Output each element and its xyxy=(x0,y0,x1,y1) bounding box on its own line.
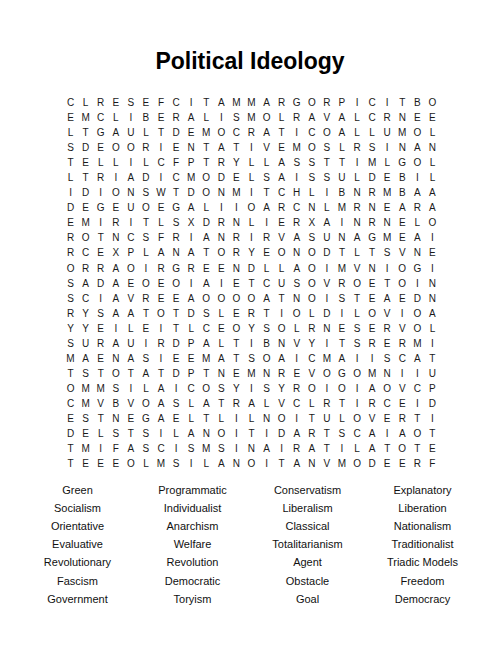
grid-cell[interactable]: C xyxy=(153,155,168,170)
grid-cell[interactable]: D xyxy=(63,200,78,215)
grid-cell[interactable]: R xyxy=(229,230,244,245)
grid-cell[interactable]: N xyxy=(123,185,138,200)
grid-cell[interactable]: A xyxy=(153,396,168,411)
grid-cell[interactable]: I xyxy=(349,351,364,366)
grid-cell[interactable]: R xyxy=(304,426,319,441)
grid-cell[interactable]: A xyxy=(425,306,440,321)
grid-cell[interactable]: T xyxy=(274,125,289,140)
grid-cell[interactable]: I xyxy=(289,351,304,366)
grid-cell[interactable]: A xyxy=(184,245,199,260)
grid-cell[interactable]: E xyxy=(380,456,395,471)
grid-cell[interactable]: N xyxy=(349,185,364,200)
grid-cell[interactable]: V xyxy=(274,230,289,245)
grid-cell[interactable]: T xyxy=(169,321,184,336)
grid-cell[interactable]: D xyxy=(410,291,425,306)
grid-cell[interactable]: D xyxy=(214,170,229,185)
grid-cell[interactable]: S xyxy=(108,381,123,396)
grid-cell[interactable]: M xyxy=(78,215,93,230)
grid-cell[interactable]: R xyxy=(304,321,319,336)
grid-cell[interactable]: I xyxy=(184,276,199,291)
grid-cell[interactable]: I xyxy=(334,306,349,321)
grid-cell[interactable]: O xyxy=(153,306,168,321)
grid-cell[interactable]: T xyxy=(319,426,334,441)
grid-cell[interactable]: R xyxy=(349,200,364,215)
grid-cell[interactable]: O xyxy=(349,411,364,426)
grid-cell[interactable]: T xyxy=(334,396,349,411)
grid-cell[interactable]: I xyxy=(138,336,153,351)
grid-cell[interactable]: I xyxy=(244,185,259,200)
word-list-item[interactable]: Classical xyxy=(250,517,365,535)
grid-cell[interactable]: O xyxy=(425,95,440,110)
grid-cell[interactable]: O xyxy=(304,140,319,155)
grid-cell[interactable]: L xyxy=(169,426,184,441)
grid-cell[interactable]: N xyxy=(425,140,440,155)
grid-cell[interactable]: A xyxy=(138,366,153,381)
grid-cell[interactable]: A xyxy=(184,291,199,306)
grid-cell[interactable]: I xyxy=(169,381,184,396)
grid-cell[interactable]: T xyxy=(78,170,93,185)
grid-cell[interactable]: A xyxy=(425,200,440,215)
grid-cell[interactable]: O xyxy=(199,170,214,185)
grid-cell[interactable]: R xyxy=(289,215,304,230)
grid-cell[interactable]: I xyxy=(63,185,78,200)
grid-cell[interactable]: V xyxy=(123,396,138,411)
word-list-item[interactable]: Goal xyxy=(250,590,365,608)
grid-cell[interactable]: R xyxy=(63,245,78,260)
grid-cell[interactable]: E xyxy=(395,215,410,230)
grid-cell[interactable]: R xyxy=(63,230,78,245)
grid-cell[interactable]: R xyxy=(93,336,108,351)
grid-cell[interactable]: I xyxy=(214,200,229,215)
grid-cell[interactable]: M xyxy=(199,441,214,456)
grid-cell[interactable]: R xyxy=(169,230,184,245)
grid-cell[interactable]: T xyxy=(63,155,78,170)
grid-cell[interactable]: A xyxy=(410,140,425,155)
grid-cell[interactable]: S xyxy=(138,185,153,200)
grid-cell[interactable]: O xyxy=(395,261,410,276)
word-list-item[interactable]: Liberalism xyxy=(250,499,365,517)
grid-cell[interactable]: E xyxy=(93,456,108,471)
grid-cell[interactable]: L xyxy=(304,306,319,321)
grid-cell[interactable]: C xyxy=(93,110,108,125)
grid-cell[interactable]: N xyxy=(289,245,304,260)
grid-cell[interactable]: R xyxy=(289,381,304,396)
grid-cell[interactable]: T xyxy=(395,95,410,110)
grid-cell[interactable]: L xyxy=(425,170,440,185)
grid-cell[interactable]: L xyxy=(334,411,349,426)
grid-cell[interactable]: I xyxy=(425,230,440,245)
grid-cell[interactable]: I xyxy=(380,261,395,276)
grid-cell[interactable]: C xyxy=(365,110,380,125)
word-list-item[interactable]: Liberation xyxy=(365,499,480,517)
grid-cell[interactable]: V xyxy=(259,140,274,155)
grid-cell[interactable]: C xyxy=(153,441,168,456)
grid-cell[interactable]: R xyxy=(138,140,153,155)
grid-cell[interactable]: C xyxy=(395,351,410,366)
grid-cell[interactable]: R xyxy=(289,110,304,125)
grid-cell[interactable]: A xyxy=(365,426,380,441)
grid-cell[interactable]: T xyxy=(93,366,108,381)
grid-cell[interactable]: R xyxy=(395,411,410,426)
grid-cell[interactable]: A xyxy=(274,155,289,170)
grid-cell[interactable]: I xyxy=(108,170,123,185)
grid-cell[interactable]: F xyxy=(153,230,168,245)
grid-cell[interactable]: L xyxy=(138,381,153,396)
grid-cell[interactable]: L xyxy=(349,441,364,456)
grid-cell[interactable]: A xyxy=(289,456,304,471)
grid-cell[interactable]: S xyxy=(108,426,123,441)
grid-cell[interactable]: G xyxy=(410,261,425,276)
grid-cell[interactable]: M xyxy=(78,441,93,456)
grid-cell[interactable]: M xyxy=(380,230,395,245)
grid-cell[interactable]: T xyxy=(153,366,168,381)
grid-cell[interactable]: I xyxy=(380,140,395,155)
grid-cell[interactable]: R xyxy=(244,306,259,321)
grid-cell[interactable]: V xyxy=(93,396,108,411)
grid-cell[interactable]: A xyxy=(153,411,168,426)
grid-cell[interactable]: N xyxy=(169,245,184,260)
grid-cell[interactable]: E xyxy=(169,351,184,366)
grid-cell[interactable]: C xyxy=(380,396,395,411)
grid-cell[interactable]: D xyxy=(184,185,199,200)
grid-cell[interactable]: I xyxy=(410,366,425,381)
grid-cell[interactable]: M xyxy=(244,110,259,125)
grid-cell[interactable]: R xyxy=(365,215,380,230)
grid-cell[interactable]: R xyxy=(395,336,410,351)
grid-cell[interactable]: A xyxy=(184,200,199,215)
word-list-item[interactable]: Socialism xyxy=(20,499,135,517)
grid-cell[interactable]: L xyxy=(93,426,108,441)
grid-cell[interactable]: S xyxy=(138,230,153,245)
grid-cell[interactable]: D xyxy=(319,306,334,321)
grid-cell[interactable]: E xyxy=(153,276,168,291)
grid-cell[interactable]: A xyxy=(395,426,410,441)
grid-cell[interactable]: T xyxy=(244,426,259,441)
grid-cell[interactable]: M xyxy=(199,351,214,366)
grid-cell[interactable]: M xyxy=(244,95,259,110)
grid-cell[interactable]: R xyxy=(410,456,425,471)
grid-cell[interactable]: R xyxy=(93,170,108,185)
grid-cell[interactable]: N xyxy=(199,426,214,441)
grid-cell[interactable]: C xyxy=(169,170,184,185)
grid-cell[interactable]: I xyxy=(410,396,425,411)
grid-cell[interactable]: I xyxy=(214,276,229,291)
grid-cell[interactable]: E xyxy=(108,200,123,215)
grid-cell[interactable]: U xyxy=(274,276,289,291)
grid-cell[interactable]: A xyxy=(214,140,229,155)
grid-cell[interactable]: D xyxy=(169,336,184,351)
grid-cell[interactable]: M xyxy=(334,456,349,471)
grid-cell[interactable]: S xyxy=(259,170,274,185)
grid-cell[interactable]: T xyxy=(274,456,289,471)
grid-cell[interactable]: D xyxy=(199,215,214,230)
grid-cell[interactable]: N xyxy=(229,215,244,230)
grid-cell[interactable]: E xyxy=(229,170,244,185)
grid-cell[interactable]: A xyxy=(259,95,274,110)
grid-cell[interactable]: R xyxy=(184,261,199,276)
grid-cell[interactable]: E xyxy=(410,110,425,125)
grid-cell[interactable]: L xyxy=(349,125,364,140)
grid-cell[interactable]: O xyxy=(138,200,153,215)
grid-cell[interactable]: G xyxy=(334,366,349,381)
grid-cell[interactable]: M xyxy=(395,125,410,140)
grid-cell[interactable]: N xyxy=(259,411,274,426)
grid-cell[interactable]: O xyxy=(274,321,289,336)
grid-cell[interactable]: G xyxy=(93,125,108,140)
grid-cell[interactable]: E xyxy=(108,456,123,471)
grid-cell[interactable]: A xyxy=(108,276,123,291)
grid-cell[interactable]: I xyxy=(123,110,138,125)
grid-cell[interactable]: L xyxy=(63,170,78,185)
grid-cell[interactable]: Y xyxy=(78,321,93,336)
grid-cell[interactable]: N xyxy=(304,200,319,215)
grid-cell[interactable]: E xyxy=(259,245,274,260)
grid-cell[interactable]: R xyxy=(274,95,289,110)
grid-cell[interactable]: R xyxy=(365,336,380,351)
grid-cell[interactable]: N xyxy=(349,215,364,230)
grid-cell[interactable]: T xyxy=(229,336,244,351)
grid-cell[interactable]: A xyxy=(410,185,425,200)
grid-cell[interactable]: S xyxy=(289,276,304,291)
word-list-item[interactable]: Democracy xyxy=(365,590,480,608)
grid-cell[interactable]: O xyxy=(395,276,410,291)
grid-cell[interactable]: N xyxy=(214,230,229,245)
grid-cell[interactable]: G xyxy=(169,261,184,276)
grid-cell[interactable]: E xyxy=(63,110,78,125)
grid-cell[interactable]: D xyxy=(244,261,259,276)
grid-cell[interactable]: A xyxy=(153,245,168,260)
grid-cell[interactable]: I xyxy=(153,170,168,185)
grid-cell[interactable]: R xyxy=(214,155,229,170)
grid-cell[interactable]: M xyxy=(319,351,334,366)
grid-cell[interactable]: A xyxy=(274,170,289,185)
grid-cell[interactable]: R xyxy=(229,245,244,260)
grid-cell[interactable]: T xyxy=(244,276,259,291)
grid-cell[interactable]: T xyxy=(410,441,425,456)
grid-cell[interactable]: R xyxy=(93,95,108,110)
word-list-item[interactable]: Government xyxy=(20,590,135,608)
grid-cell[interactable]: I xyxy=(214,110,229,125)
grid-cell[interactable]: O xyxy=(274,411,289,426)
grid-cell[interactable]: L xyxy=(349,170,364,185)
word-list-item[interactable]: Agent xyxy=(250,553,365,571)
grid-cell[interactable]: M xyxy=(410,336,425,351)
grid-cell[interactable]: I xyxy=(349,155,364,170)
grid-cell[interactable]: L xyxy=(274,110,289,125)
grid-cell[interactable]: I xyxy=(319,291,334,306)
grid-cell[interactable]: D xyxy=(319,245,334,260)
grid-cell[interactable]: P xyxy=(123,245,138,260)
grid-cell[interactable]: S xyxy=(78,411,93,426)
grid-cell[interactable]: C xyxy=(410,381,425,396)
grid-cell[interactable]: L xyxy=(349,110,364,125)
grid-cell[interactable]: A xyxy=(274,351,289,366)
grid-cell[interactable]: I xyxy=(365,351,380,366)
grid-cell[interactable]: M xyxy=(289,140,304,155)
grid-cell[interactable]: E xyxy=(289,366,304,381)
grid-cell[interactable]: E xyxy=(380,200,395,215)
grid-cell[interactable]: O xyxy=(123,140,138,155)
grid-cell[interactable]: O xyxy=(380,381,395,396)
grid-cell[interactable]: I xyxy=(93,441,108,456)
grid-cell[interactable]: M xyxy=(184,170,199,185)
grid-cell[interactable]: I xyxy=(184,95,199,110)
grid-cell[interactable]: E xyxy=(229,276,244,291)
grid-cell[interactable]: I xyxy=(334,441,349,456)
grid-cell[interactable]: A xyxy=(319,215,334,230)
grid-cell[interactable]: A xyxy=(334,110,349,125)
word-list-item[interactable]: Anarchism xyxy=(135,517,250,535)
grid-cell[interactable]: T xyxy=(78,125,93,140)
grid-cell[interactable]: L xyxy=(214,306,229,321)
grid-cell[interactable]: E xyxy=(184,351,199,366)
grid-cell[interactable]: A xyxy=(214,456,229,471)
grid-cell[interactable]: D xyxy=(274,426,289,441)
grid-cell[interactable]: T xyxy=(229,140,244,155)
grid-cell[interactable]: O xyxy=(229,321,244,336)
grid-cell[interactable]: O xyxy=(229,291,244,306)
grid-cell[interactable]: M xyxy=(334,200,349,215)
grid-cell[interactable]: I xyxy=(244,381,259,396)
grid-cell[interactable]: T xyxy=(63,456,78,471)
grid-cell[interactable]: N xyxy=(259,366,274,381)
grid-cell[interactable]: Y xyxy=(63,321,78,336)
word-list-item[interactable]: Explanatory xyxy=(365,481,480,499)
grid-cell[interactable]: T xyxy=(63,441,78,456)
grid-cell[interactable]: S xyxy=(334,426,349,441)
grid-cell[interactable]: O xyxy=(349,276,364,291)
grid-cell[interactable]: L xyxy=(349,245,364,260)
grid-cell[interactable]: E xyxy=(229,366,244,381)
grid-cell[interactable]: M xyxy=(380,185,395,200)
grid-cell[interactable]: A xyxy=(289,261,304,276)
grid-cell[interactable]: V xyxy=(365,411,380,426)
grid-cell[interactable]: O xyxy=(244,456,259,471)
grid-cell[interactable]: O xyxy=(304,261,319,276)
grid-cell[interactable]: A xyxy=(184,110,199,125)
grid-cell[interactable]: S xyxy=(380,245,395,260)
grid-cell[interactable]: I xyxy=(410,170,425,185)
grid-cell[interactable]: Y xyxy=(304,336,319,351)
grid-cell[interactable]: V xyxy=(289,336,304,351)
grid-cell[interactable]: S xyxy=(169,456,184,471)
grid-cell[interactable]: M xyxy=(244,366,259,381)
grid-cell[interactable]: C xyxy=(184,381,199,396)
grid-cell[interactable]: E xyxy=(138,321,153,336)
grid-cell[interactable]: R xyxy=(244,125,259,140)
grid-cell[interactable]: V xyxy=(395,381,410,396)
grid-cell[interactable]: V xyxy=(380,306,395,321)
grid-cell[interactable]: I xyxy=(380,426,395,441)
grid-cell[interactable]: E xyxy=(199,261,214,276)
grid-cell[interactable]: H xyxy=(289,185,304,200)
grid-cell[interactable]: G xyxy=(169,200,184,215)
grid-cell[interactable]: S xyxy=(380,351,395,366)
grid-cell[interactable]: N xyxy=(108,411,123,426)
grid-cell[interactable]: T xyxy=(319,441,334,456)
grid-cell[interactable]: I xyxy=(319,381,334,396)
grid-cell[interactable]: T xyxy=(169,185,184,200)
grid-cell[interactable]: E xyxy=(214,261,229,276)
grid-cell[interactable]: E xyxy=(334,321,349,336)
grid-cell[interactable]: I xyxy=(259,215,274,230)
grid-cell[interactable]: T xyxy=(259,185,274,200)
grid-cell[interactable]: C xyxy=(78,291,93,306)
grid-cell[interactable]: E xyxy=(93,351,108,366)
grid-cell[interactable]: A xyxy=(395,200,410,215)
grid-cell[interactable]: L xyxy=(319,200,334,215)
grid-cell[interactable]: D xyxy=(365,170,380,185)
grid-cell[interactable]: D xyxy=(184,306,199,321)
grid-cell[interactable]: T xyxy=(319,155,334,170)
grid-cell[interactable]: N xyxy=(380,215,395,230)
grid-cell[interactable]: L xyxy=(304,185,319,200)
grid-cell[interactable]: O xyxy=(199,291,214,306)
grid-cell[interactable]: N xyxy=(108,351,123,366)
grid-cell[interactable]: N xyxy=(289,291,304,306)
grid-cell[interactable]: R xyxy=(229,396,244,411)
grid-cell[interactable]: C xyxy=(63,95,78,110)
grid-cell[interactable]: C xyxy=(349,426,364,441)
grid-cell[interactable]: A xyxy=(184,426,199,441)
word-list-item[interactable]: Green xyxy=(20,481,135,499)
grid-cell[interactable]: O xyxy=(214,291,229,306)
grid-cell[interactable]: E xyxy=(63,411,78,426)
grid-cell[interactable]: O xyxy=(214,125,229,140)
grid-cell[interactable]: V xyxy=(123,291,138,306)
grid-cell[interactable]: M xyxy=(334,261,349,276)
grid-cell[interactable]: O xyxy=(123,261,138,276)
grid-cell[interactable]: S xyxy=(63,140,78,155)
grid-cell[interactable]: P xyxy=(184,336,199,351)
grid-cell[interactable]: C xyxy=(304,351,319,366)
grid-cell[interactable]: T xyxy=(199,95,214,110)
grid-cell[interactable]: G xyxy=(93,200,108,215)
word-list-item[interactable]: Traditionalist xyxy=(365,535,480,553)
grid-cell[interactable]: A xyxy=(410,230,425,245)
grid-cell[interactable]: T xyxy=(153,125,168,140)
grid-cell[interactable]: E xyxy=(169,291,184,306)
grid-cell[interactable]: A xyxy=(380,291,395,306)
grid-cell[interactable]: M xyxy=(93,381,108,396)
word-list-item[interactable]: Individualist xyxy=(135,499,250,517)
grid-cell[interactable]: U xyxy=(319,230,334,245)
grid-cell[interactable]: I xyxy=(229,441,244,456)
grid-cell[interactable]: L xyxy=(93,155,108,170)
grid-cell[interactable]: O xyxy=(410,155,425,170)
grid-cell[interactable]: E xyxy=(395,230,410,245)
grid-cell[interactable]: L xyxy=(138,125,153,140)
grid-cell[interactable]: B xyxy=(395,170,410,185)
grid-cell[interactable]: V xyxy=(274,396,289,411)
grid-cell[interactable]: A xyxy=(259,441,274,456)
grid-cell[interactable]: B xyxy=(395,185,410,200)
grid-cell[interactable]: E xyxy=(153,110,168,125)
grid-cell[interactable]: E xyxy=(169,411,184,426)
grid-cell[interactable]: E xyxy=(365,291,380,306)
grid-cell[interactable]: X xyxy=(184,215,199,230)
grid-cell[interactable]: N xyxy=(365,261,380,276)
grid-cell[interactable]: E xyxy=(78,426,93,441)
word-list-item[interactable]: Freedom xyxy=(365,571,480,589)
grid-cell[interactable]: B xyxy=(259,336,274,351)
grid-cell[interactable]: M xyxy=(78,381,93,396)
grid-cell[interactable]: O xyxy=(349,366,364,381)
grid-cell[interactable]: R xyxy=(365,396,380,411)
grid-cell[interactable]: N xyxy=(410,245,425,260)
grid-cell[interactable]: L xyxy=(380,155,395,170)
grid-cell[interactable]: A xyxy=(153,381,168,396)
